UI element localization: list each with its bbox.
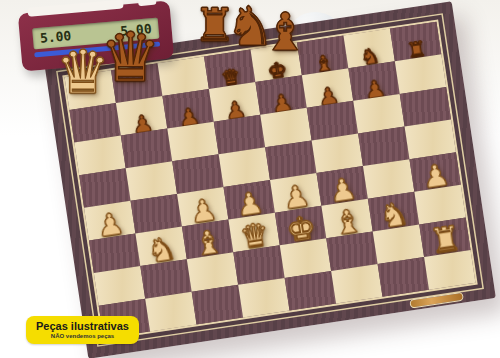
brass-corner-medallion — [409, 292, 464, 309]
square-c1 — [192, 285, 243, 325]
badge-subtitle: NÃO vendemos peças — [36, 333, 129, 339]
offboard-black-bishop-piece: ♝ — [262, 6, 309, 58]
clock-rocker-lever — [27, 0, 123, 17]
clock-button — [138, 0, 157, 6]
badge-title: Peças ilustrativas — [36, 320, 129, 333]
square-e1 — [285, 271, 336, 311]
disclaimer-badge: Peças ilustrativas NÃO vendemos peças — [26, 316, 139, 344]
square-d1 — [238, 278, 289, 318]
square-g1 — [378, 257, 429, 297]
square-f1 — [331, 264, 382, 304]
square-h1 — [424, 250, 475, 290]
spare-black-queen-piece: ♛ — [100, 24, 161, 92]
square-b1 — [145, 292, 196, 332]
product-photo-scene: ♜ ♞ ♝ ♛♚♝♞♜♟♟♟♟♟♟♟♟♟♟♟♟♞♝♛♚♝♞♜ 5.00 5.00… — [0, 0, 500, 358]
